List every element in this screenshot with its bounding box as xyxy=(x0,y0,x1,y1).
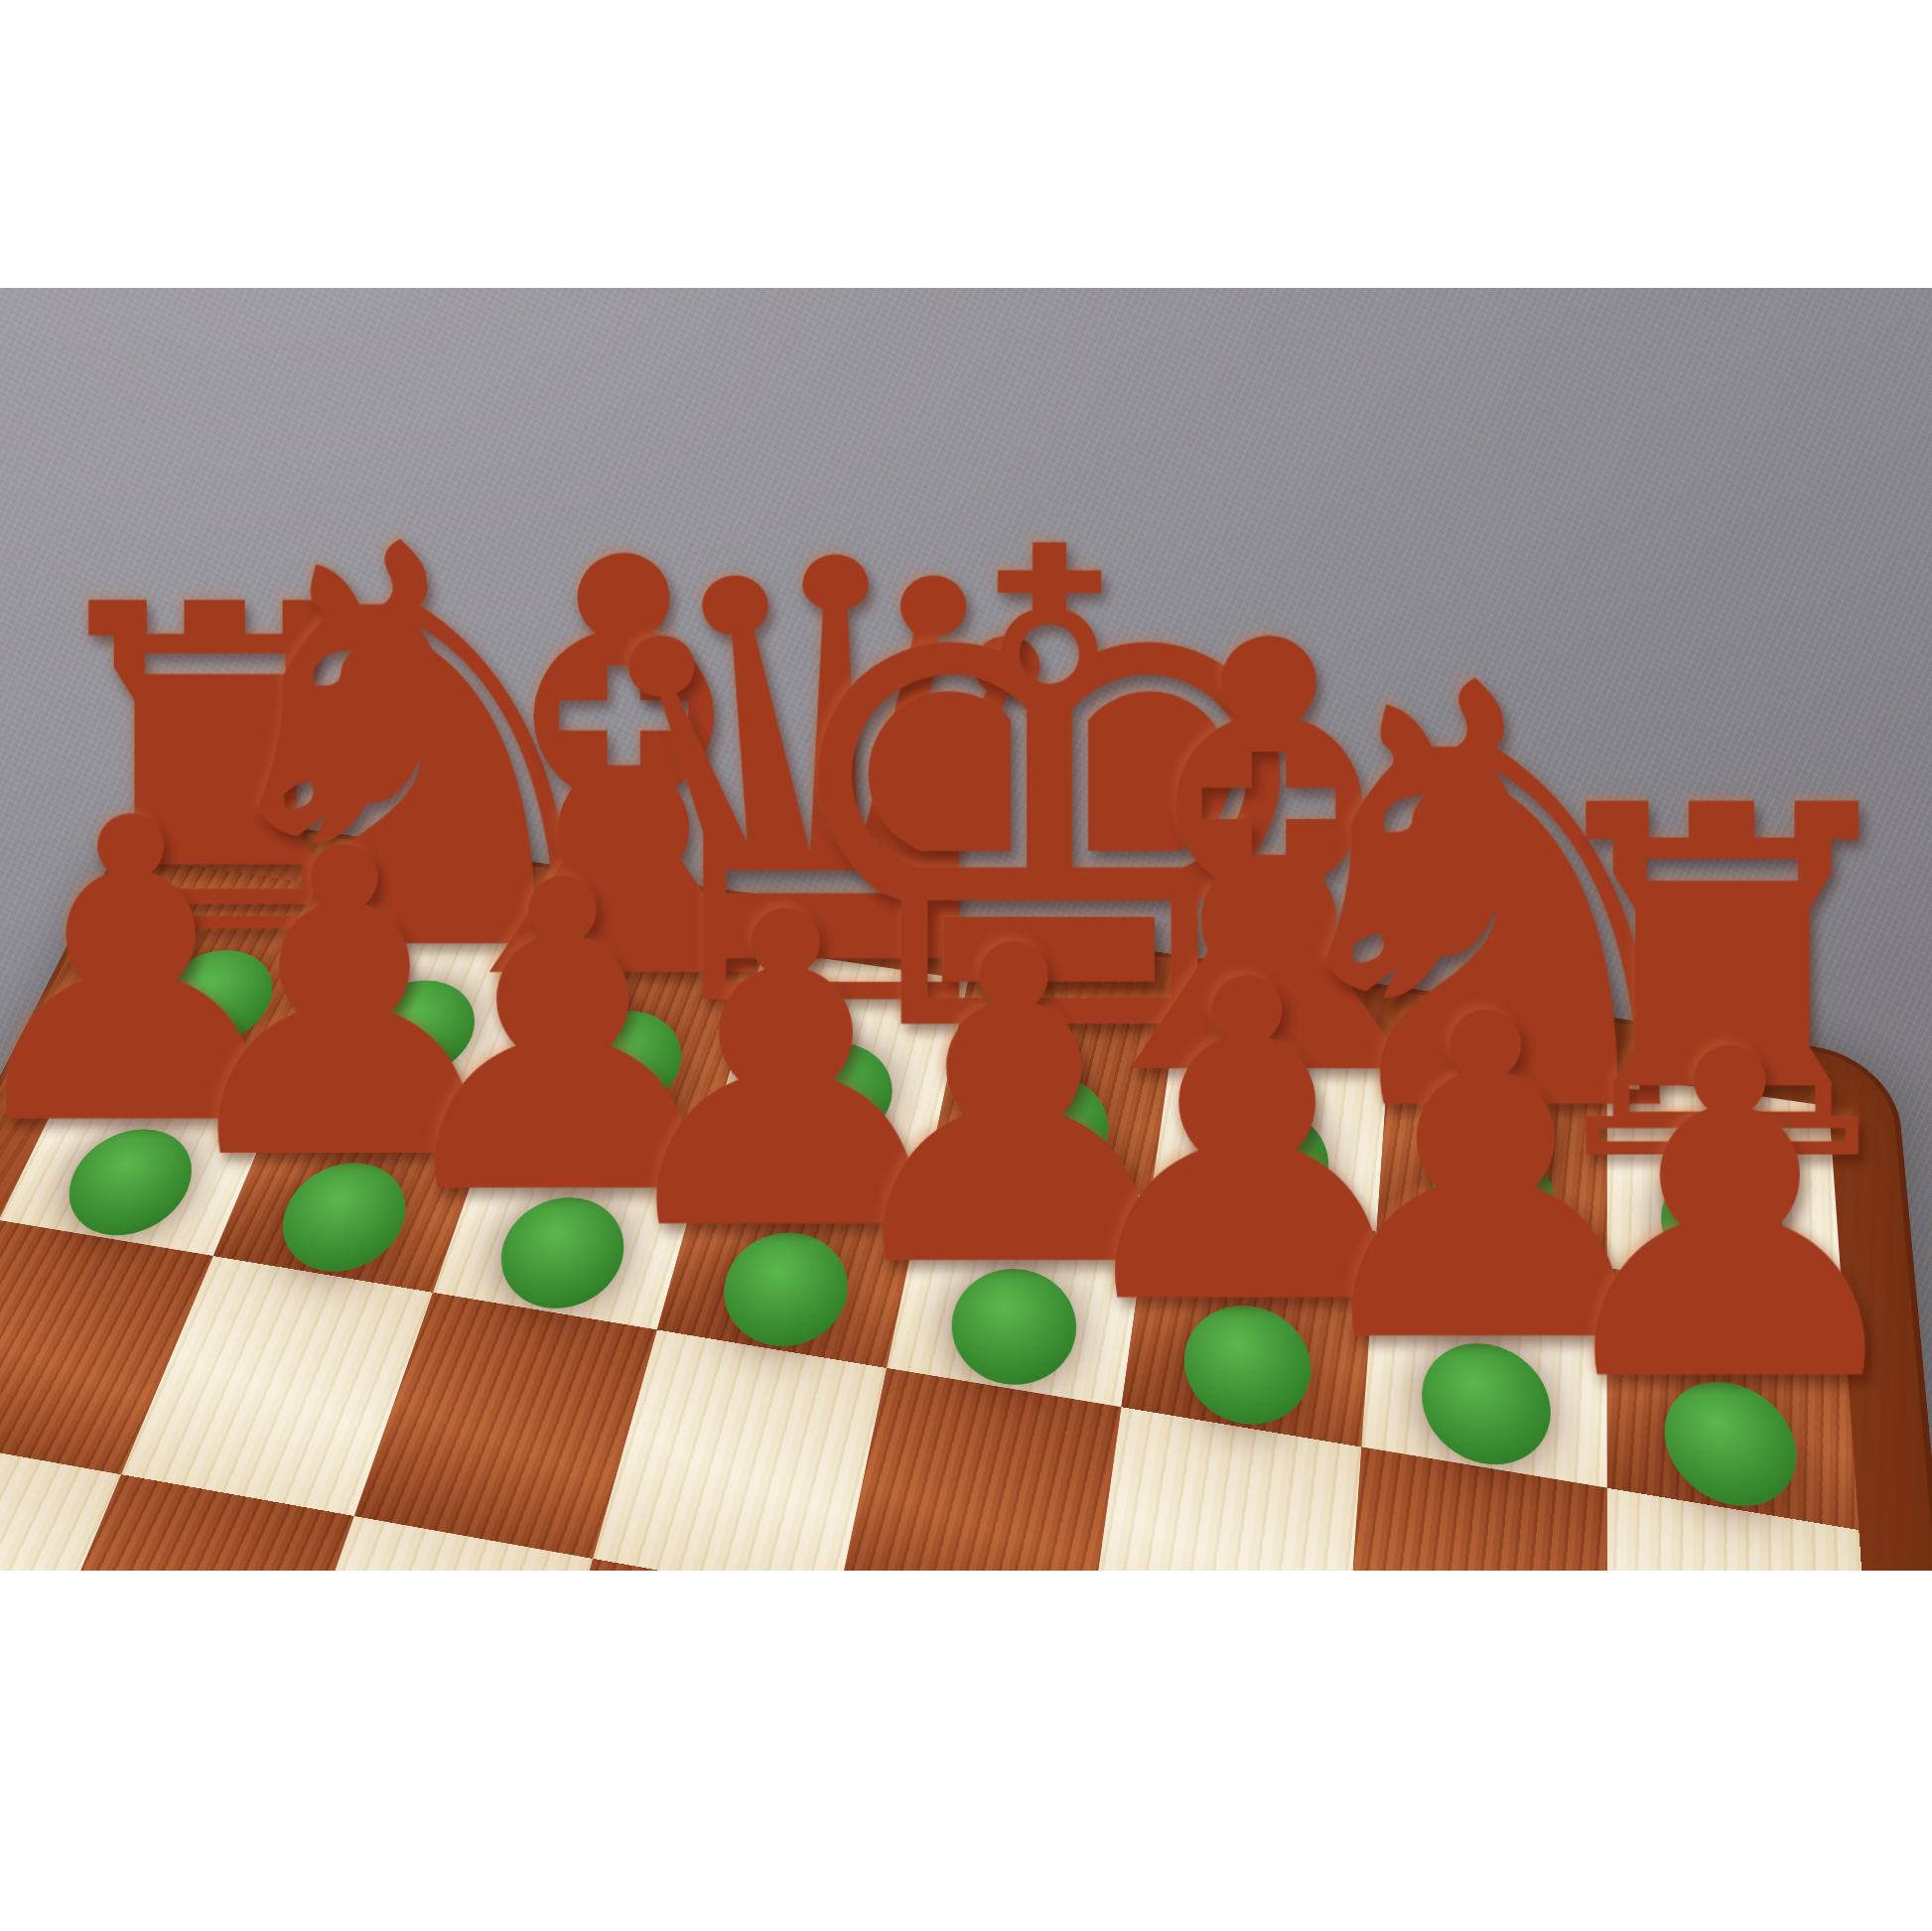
board-frame: ♜♞♝♛♚♝♞♜♟♟♟♟♟♟♟♟ xyxy=(0,805,1932,1571)
chess-board[interactable]: ♜♞♝♛♚♝♞♜♟♟♟♟♟♟♟♟ xyxy=(0,805,1932,1571)
bottom-white-margin xyxy=(0,1571,1932,1931)
photo-canvas: ♜♞♝♛♚♝♞♜♟♟♟♟♟♟♟♟ xyxy=(0,0,1932,1931)
square-h2[interactable]: ♟ xyxy=(1607,1268,1860,1530)
photo-area: ♜♞♝♛♚♝♞♜♟♟♟♟♟♟♟♟ xyxy=(0,288,1932,1571)
top-white-margin xyxy=(0,0,1932,288)
board-grid: ♜♞♝♛♚♝♞♜♟♟♟♟♟♟♟♟ xyxy=(0,863,1932,1571)
piece-pawn-h2[interactable]: ♟ xyxy=(1528,992,1932,1444)
